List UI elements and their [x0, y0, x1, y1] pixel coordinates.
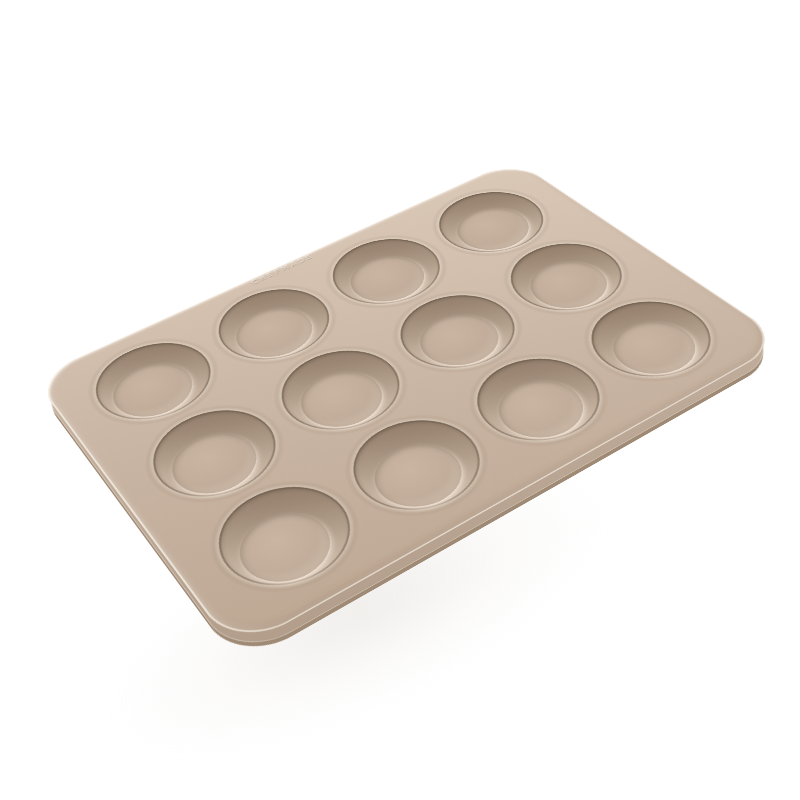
cup-bottom	[286, 362, 397, 439]
product-photo: CHEFMADE	[0, 0, 800, 800]
cup-bottom	[158, 422, 271, 506]
cup-cavity	[196, 469, 375, 607]
cup-bottom	[101, 354, 206, 428]
cup-cavity	[454, 343, 625, 458]
cup-cavity	[78, 329, 231, 436]
cup-bottom	[597, 312, 712, 385]
cup-grid	[63, 174, 751, 621]
cup-cavity	[133, 394, 298, 515]
pan-position-wrapper: CHEFMADE	[68, 104, 733, 616]
cup-bottom	[482, 370, 600, 450]
muffin-cup-r2c1	[122, 387, 309, 525]
cup-bottom	[358, 433, 478, 520]
cup-bottom	[405, 305, 514, 376]
cup-bottom	[224, 501, 347, 597]
muffin-pan: CHEFMADE	[33, 159, 787, 652]
cup-cavity	[330, 404, 505, 530]
